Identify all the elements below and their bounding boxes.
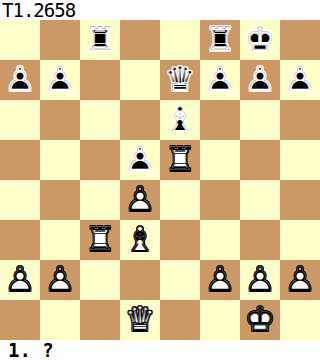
chess-board: ♜♖♜♖♚♔♟♙♟♙♛♕♟♙♟♙♟♙♝♗♟♙♜♖♟♙♜♖♝♗♟♙♟♙♟♙♟♙♟♙… [0,20,320,340]
black-pawn-outline: ♙ [240,60,280,100]
piece-white-pawn[interactable]: ♟♙ [40,260,80,300]
black-pawn-outline: ♙ [200,60,240,100]
square-a7[interactable]: ♟♙ [0,60,40,100]
square-a4[interactable] [0,180,40,220]
piece-black-rook[interactable]: ♜♖ [200,20,240,60]
square-d5[interactable]: ♟♙ [120,140,160,180]
square-e1[interactable] [160,300,200,340]
square-g5[interactable] [240,140,280,180]
white-pawn-outline: ♙ [240,260,280,300]
square-c5[interactable] [80,140,120,180]
black-rook-outline: ♖ [80,20,120,60]
square-f8[interactable]: ♜♖ [200,20,240,60]
square-e2[interactable] [160,260,200,300]
square-c4[interactable] [80,180,120,220]
black-king-outline: ♔ [240,20,280,60]
piece-black-pawn[interactable]: ♟♙ [40,60,80,100]
square-g7[interactable]: ♟♙ [240,60,280,100]
square-d2[interactable] [120,260,160,300]
square-f1[interactable] [200,300,240,340]
square-g6[interactable] [240,100,280,140]
white-pawn-outline: ♙ [40,260,80,300]
piece-white-pawn[interactable]: ♟♙ [240,260,280,300]
puzzle-title: T1.2658 [0,0,320,20]
square-c2[interactable] [80,260,120,300]
white-pawn-outline: ♙ [200,260,240,300]
square-e5[interactable]: ♜♖ [160,140,200,180]
black-pawn-outline: ♙ [0,60,40,100]
piece-black-bishop[interactable]: ♝♗ [160,100,200,140]
square-b5[interactable] [40,140,80,180]
square-g8[interactable]: ♚♔ [240,20,280,60]
square-d7[interactable] [120,60,160,100]
square-g1[interactable]: ♚♔ [240,300,280,340]
square-g3[interactable] [240,220,280,260]
black-rook-outline: ♖ [200,20,240,60]
piece-black-pawn[interactable]: ♟♙ [280,60,320,100]
square-e3[interactable] [160,220,200,260]
white-rook-outline: ♖ [80,220,120,260]
square-f7[interactable]: ♟♙ [200,60,240,100]
square-e6[interactable]: ♝♗ [160,100,200,140]
square-b3[interactable] [40,220,80,260]
black-pawn-outline: ♙ [40,60,80,100]
piece-white-queen[interactable]: ♛♕ [120,300,160,340]
piece-black-pawn[interactable]: ♟♙ [240,60,280,100]
square-h7[interactable]: ♟♙ [280,60,320,100]
white-pawn-outline: ♙ [120,180,160,220]
square-b6[interactable] [40,100,80,140]
square-h2[interactable]: ♟♙ [280,260,320,300]
square-f6[interactable] [200,100,240,140]
square-c7[interactable] [80,60,120,100]
square-h8[interactable] [280,20,320,60]
square-b8[interactable] [40,20,80,60]
white-pawn-outline: ♙ [0,260,40,300]
square-a5[interactable] [0,140,40,180]
square-b2[interactable]: ♟♙ [40,260,80,300]
white-queen-outline: ♕ [120,300,160,340]
square-a8[interactable] [0,20,40,60]
piece-white-pawn[interactable]: ♟♙ [120,180,160,220]
black-pawn-outline: ♙ [280,60,320,100]
square-g4[interactable] [240,180,280,220]
square-d1[interactable]: ♛♕ [120,300,160,340]
black-pawn-outline: ♙ [120,140,160,180]
piece-white-bishop[interactable]: ♝♗ [120,220,160,260]
square-h6[interactable] [280,100,320,140]
square-f2[interactable]: ♟♙ [200,260,240,300]
square-a1[interactable] [0,300,40,340]
square-f3[interactable] [200,220,240,260]
square-b7[interactable]: ♟♙ [40,60,80,100]
black-bishop-outline: ♗ [160,100,200,140]
square-h4[interactable] [280,180,320,220]
square-c1[interactable] [80,300,120,340]
square-h5[interactable] [280,140,320,180]
piece-black-pawn[interactable]: ♟♙ [200,60,240,100]
title-bar: T1.2658 [0,0,320,20]
piece-white-rook[interactable]: ♜♖ [80,220,120,260]
white-rook-outline: ♖ [160,140,200,180]
move-prompt: 1. ? [0,340,320,360]
square-h3[interactable] [280,220,320,260]
piece-white-pawn[interactable]: ♟♙ [280,260,320,300]
square-c8[interactable]: ♜♖ [80,20,120,60]
square-f5[interactable] [200,140,240,180]
status-bar: 1. ? [0,340,320,360]
square-b4[interactable] [40,180,80,220]
white-pawn-outline: ♙ [280,260,320,300]
piece-black-queen[interactable]: ♛♕ [160,60,200,100]
square-a2[interactable]: ♟♙ [0,260,40,300]
piece-white-rook[interactable]: ♜♖ [160,140,200,180]
square-d4[interactable]: ♟♙ [120,180,160,220]
square-e4[interactable] [160,180,200,220]
piece-black-king[interactable]: ♚♔ [240,20,280,60]
piece-white-pawn[interactable]: ♟♙ [0,260,40,300]
piece-white-pawn[interactable]: ♟♙ [200,260,240,300]
square-d6[interactable] [120,100,160,140]
square-b1[interactable] [40,300,80,340]
square-a3[interactable] [0,220,40,260]
piece-black-pawn[interactable]: ♟♙ [0,60,40,100]
piece-black-pawn[interactable]: ♟♙ [120,140,160,180]
piece-white-king[interactable]: ♚♔ [240,300,280,340]
square-f4[interactable] [200,180,240,220]
white-bishop-outline: ♗ [120,220,160,260]
square-e7[interactable]: ♛♕ [160,60,200,100]
square-c3[interactable]: ♜♖ [80,220,120,260]
square-d8[interactable] [120,20,160,60]
square-g2[interactable]: ♟♙ [240,260,280,300]
piece-black-rook[interactable]: ♜♖ [80,20,120,60]
black-queen-outline: ♕ [160,60,200,100]
square-d3[interactable]: ♝♗ [120,220,160,260]
square-c6[interactable] [80,100,120,140]
white-king-outline: ♔ [240,300,280,340]
square-e8[interactable] [160,20,200,60]
square-a6[interactable] [0,100,40,140]
square-h1[interactable] [280,300,320,340]
